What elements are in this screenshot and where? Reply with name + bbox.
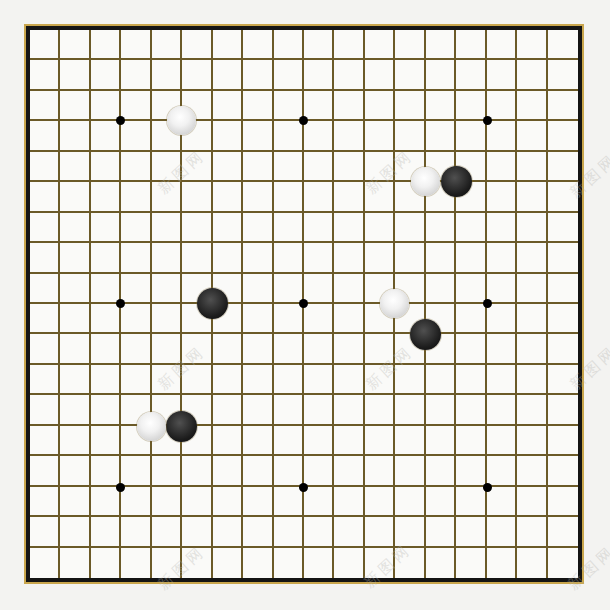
- board-square: [334, 182, 364, 212]
- board-square: [365, 274, 395, 304]
- board-square: [213, 487, 243, 517]
- board-square: [152, 395, 182, 425]
- board-square: [456, 395, 486, 425]
- board-square: [304, 121, 334, 151]
- board-square: [121, 91, 151, 121]
- board-square: [456, 426, 486, 456]
- board-square: [334, 548, 364, 578]
- board-square: [91, 426, 121, 456]
- board-square: [487, 121, 517, 151]
- board-square: [152, 121, 182, 151]
- board-square: [334, 152, 364, 182]
- board-square: [334, 487, 364, 517]
- board-square: [395, 487, 425, 517]
- board-square: [487, 456, 517, 486]
- board-square: [30, 243, 60, 273]
- board-square: [121, 426, 151, 456]
- board-square: [487, 182, 517, 212]
- board-square: [426, 213, 456, 243]
- board-square: [487, 304, 517, 334]
- board-square: [243, 182, 273, 212]
- board-square: [304, 152, 334, 182]
- board-square: [395, 60, 425, 90]
- board-square: [395, 426, 425, 456]
- board-square: [487, 517, 517, 547]
- board-square: [426, 182, 456, 212]
- board-square: [334, 334, 364, 364]
- board-square: [395, 365, 425, 395]
- board-square: [91, 60, 121, 90]
- board-square: [334, 365, 364, 395]
- board-square: [456, 152, 486, 182]
- board-square: [487, 152, 517, 182]
- board-square: [182, 213, 212, 243]
- board-square: [548, 456, 578, 486]
- board-square: [487, 213, 517, 243]
- board-square: [30, 274, 60, 304]
- board-square: [243, 243, 273, 273]
- board-square: [456, 517, 486, 547]
- board-square: [30, 456, 60, 486]
- board-square: [395, 182, 425, 212]
- board-square: [456, 274, 486, 304]
- board-square: [152, 365, 182, 395]
- board-square: [395, 121, 425, 151]
- board-square: [213, 365, 243, 395]
- board-square: [243, 60, 273, 90]
- board-square: [60, 91, 90, 121]
- board-square: [213, 91, 243, 121]
- board-square: [60, 213, 90, 243]
- board-square: [243, 426, 273, 456]
- board-square: [274, 274, 304, 304]
- board-square: [548, 30, 578, 60]
- board-square: [426, 121, 456, 151]
- board-square: [213, 304, 243, 334]
- board-square: [121, 213, 151, 243]
- board-square: [60, 517, 90, 547]
- go-board: [26, 26, 582, 582]
- board-square: [60, 274, 90, 304]
- board-square: [60, 395, 90, 425]
- board-square: [456, 182, 486, 212]
- board-square: [426, 426, 456, 456]
- board-square: [152, 334, 182, 364]
- board-square: [395, 274, 425, 304]
- board-square: [60, 243, 90, 273]
- board-square: [121, 121, 151, 151]
- board-square: [91, 152, 121, 182]
- board-square: [274, 365, 304, 395]
- board-square: [30, 152, 60, 182]
- board-square: [365, 304, 395, 334]
- board-square: [30, 395, 60, 425]
- board-square: [274, 517, 304, 547]
- board-square: [365, 426, 395, 456]
- board-square: [304, 30, 334, 60]
- board-square: [60, 456, 90, 486]
- board-square: [182, 152, 212, 182]
- board-square: [395, 243, 425, 273]
- board-square: [60, 365, 90, 395]
- board-square: [121, 152, 151, 182]
- board-square: [334, 395, 364, 425]
- board-square: [91, 517, 121, 547]
- board-square: [30, 365, 60, 395]
- board-square: [456, 30, 486, 60]
- board-square: [456, 91, 486, 121]
- board-square: [365, 395, 395, 425]
- board-square: [243, 91, 273, 121]
- board-square: [30, 213, 60, 243]
- board-square: [365, 152, 395, 182]
- board-square: [334, 304, 364, 334]
- board-square: [517, 182, 547, 212]
- board-square: [456, 304, 486, 334]
- board-square: [121, 365, 151, 395]
- board-square: [395, 213, 425, 243]
- board-square: [213, 395, 243, 425]
- board-square: [365, 334, 395, 364]
- board-square: [274, 91, 304, 121]
- board-square: [517, 487, 547, 517]
- board-square: [487, 548, 517, 578]
- board-square: [334, 213, 364, 243]
- board-square: [487, 243, 517, 273]
- board-square: [334, 274, 364, 304]
- board-square: [456, 334, 486, 364]
- board-square: [213, 213, 243, 243]
- board-square: [456, 548, 486, 578]
- board-square: [91, 182, 121, 212]
- board-square: [152, 487, 182, 517]
- board-square: [365, 60, 395, 90]
- board-square: [304, 426, 334, 456]
- board-square: [274, 334, 304, 364]
- board-square: [548, 182, 578, 212]
- board-square: [274, 395, 304, 425]
- board-square: [304, 365, 334, 395]
- board-square: [30, 334, 60, 364]
- board-square: [182, 395, 212, 425]
- board-square: [91, 487, 121, 517]
- board-square: [395, 152, 425, 182]
- board-square: [548, 304, 578, 334]
- board-square: [304, 456, 334, 486]
- board-square: [517, 456, 547, 486]
- board-square: [91, 304, 121, 334]
- board-square: [30, 517, 60, 547]
- board-square: [152, 213, 182, 243]
- board-square: [182, 304, 212, 334]
- board-square: [426, 30, 456, 60]
- board-square: [182, 274, 212, 304]
- board-square: [548, 487, 578, 517]
- board-square: [213, 334, 243, 364]
- board-square: [91, 243, 121, 273]
- board-square: [517, 121, 547, 151]
- board-square: [548, 365, 578, 395]
- board-square: [182, 121, 212, 151]
- board-square: [395, 30, 425, 60]
- board-square: [121, 395, 151, 425]
- board-square: [243, 274, 273, 304]
- board-square: [548, 121, 578, 151]
- board-square: [365, 182, 395, 212]
- board-square: [243, 456, 273, 486]
- board-square: [426, 304, 456, 334]
- board-square: [121, 60, 151, 90]
- board-square: [548, 152, 578, 182]
- board-square: [60, 30, 90, 60]
- board-square: [243, 395, 273, 425]
- board-square: [60, 548, 90, 578]
- board-square: [182, 243, 212, 273]
- board-square: [213, 517, 243, 547]
- board-square: [213, 152, 243, 182]
- board-square: [274, 487, 304, 517]
- board-square: [243, 487, 273, 517]
- board-square: [243, 334, 273, 364]
- board-square: [517, 334, 547, 364]
- board-square: [213, 121, 243, 151]
- board-square: [213, 60, 243, 90]
- board-square: [274, 30, 304, 60]
- board-square: [274, 121, 304, 151]
- page-background: 新图网新图网新图网新图网新图网新图网新图网新图网新图网: [0, 0, 610, 610]
- board-square: [456, 60, 486, 90]
- board-square: [517, 426, 547, 456]
- board-square: [456, 121, 486, 151]
- board-square: [121, 456, 151, 486]
- board-square: [213, 548, 243, 578]
- board-square: [365, 213, 395, 243]
- board-square: [152, 456, 182, 486]
- board-square: [517, 243, 547, 273]
- board-square: [30, 548, 60, 578]
- board-square: [548, 213, 578, 243]
- board-square: [213, 243, 243, 273]
- board-square: [426, 395, 456, 425]
- board-square: [152, 304, 182, 334]
- board-square: [517, 395, 547, 425]
- board-square: [30, 426, 60, 456]
- board-square: [152, 91, 182, 121]
- board-square: [304, 91, 334, 121]
- board-square: [152, 152, 182, 182]
- board-square: [548, 91, 578, 121]
- board-square: [182, 365, 212, 395]
- board-square: [304, 60, 334, 90]
- board-square: [243, 548, 273, 578]
- board-square: [517, 91, 547, 121]
- board-square: [426, 152, 456, 182]
- board-square: [365, 517, 395, 547]
- board-square: [121, 274, 151, 304]
- board-square: [426, 60, 456, 90]
- board-square: [426, 487, 456, 517]
- board-square: [395, 304, 425, 334]
- board-square: [395, 334, 425, 364]
- board-square: [548, 517, 578, 547]
- board-square: [304, 517, 334, 547]
- board-square: [274, 182, 304, 212]
- board-square: [304, 274, 334, 304]
- board-square: [121, 334, 151, 364]
- board-square: [182, 182, 212, 212]
- board-square: [487, 365, 517, 395]
- board-square: [334, 243, 364, 273]
- board-square: [152, 182, 182, 212]
- board-square: [60, 426, 90, 456]
- board-square: [30, 182, 60, 212]
- board-square: [274, 243, 304, 273]
- board-square: [152, 517, 182, 547]
- board-square: [274, 426, 304, 456]
- board-square: [91, 91, 121, 121]
- board-square: [121, 30, 151, 60]
- board-square: [30, 91, 60, 121]
- board-square: [487, 91, 517, 121]
- board-square: [152, 60, 182, 90]
- board-square: [517, 517, 547, 547]
- board-square: [456, 243, 486, 273]
- board-square: [517, 60, 547, 90]
- board-square: [365, 121, 395, 151]
- board-square: [395, 548, 425, 578]
- board-square: [152, 548, 182, 578]
- board-square: [517, 274, 547, 304]
- board-square: [182, 456, 212, 486]
- board-square: [121, 243, 151, 273]
- board-square: [121, 487, 151, 517]
- board-square: [365, 91, 395, 121]
- board-square: [152, 30, 182, 60]
- board-square: [304, 182, 334, 212]
- board-square: [304, 334, 334, 364]
- board-square: [517, 152, 547, 182]
- board-square: [152, 274, 182, 304]
- board-square: [548, 426, 578, 456]
- board-square: [487, 426, 517, 456]
- board-square: [426, 243, 456, 273]
- board-square: [365, 548, 395, 578]
- board-square: [304, 395, 334, 425]
- board-square: [60, 334, 90, 364]
- board-square: [548, 334, 578, 364]
- board-square: [182, 426, 212, 456]
- board-square: [334, 30, 364, 60]
- board-square: [213, 182, 243, 212]
- board-square: [121, 182, 151, 212]
- board-square: [152, 243, 182, 273]
- board-square: [274, 548, 304, 578]
- board-square: [91, 334, 121, 364]
- board-square: [182, 517, 212, 547]
- board-square: [182, 334, 212, 364]
- board-square: [426, 456, 456, 486]
- board-square: [365, 30, 395, 60]
- board-square: [60, 121, 90, 151]
- board-square: [91, 395, 121, 425]
- board-square: [487, 274, 517, 304]
- board-square: [365, 487, 395, 517]
- board-square: [213, 456, 243, 486]
- board-square: [182, 30, 212, 60]
- board-square: [182, 487, 212, 517]
- board-square: [426, 548, 456, 578]
- board-square: [426, 334, 456, 364]
- board-square: [395, 517, 425, 547]
- board-square: [487, 395, 517, 425]
- board-square: [334, 456, 364, 486]
- board-square: [60, 152, 90, 182]
- board-square: [456, 487, 486, 517]
- board-square: [91, 548, 121, 578]
- board-square: [91, 121, 121, 151]
- board-square: [60, 182, 90, 212]
- board-square: [487, 30, 517, 60]
- board-square: [426, 365, 456, 395]
- board-square: [274, 304, 304, 334]
- board-square: [334, 91, 364, 121]
- board-square: [365, 456, 395, 486]
- board-square: [548, 395, 578, 425]
- board-squares: [30, 30, 578, 578]
- board-square: [548, 548, 578, 578]
- board-square: [395, 395, 425, 425]
- board-square: [30, 487, 60, 517]
- board-square: [182, 548, 212, 578]
- board-square: [517, 365, 547, 395]
- board-square: [274, 456, 304, 486]
- board-square: [30, 30, 60, 60]
- board-square: [243, 152, 273, 182]
- board-square: [60, 304, 90, 334]
- board-square: [426, 274, 456, 304]
- board-square: [91, 456, 121, 486]
- board-square: [487, 334, 517, 364]
- board-square: [517, 213, 547, 243]
- board-square: [517, 30, 547, 60]
- board-square: [121, 548, 151, 578]
- board-square: [426, 517, 456, 547]
- board-square: [213, 30, 243, 60]
- board-square: [152, 426, 182, 456]
- board-square: [213, 426, 243, 456]
- board-square: [365, 243, 395, 273]
- board-square: [304, 213, 334, 243]
- board-square: [243, 121, 273, 151]
- board-square: [91, 213, 121, 243]
- board-square: [91, 30, 121, 60]
- board-square: [121, 304, 151, 334]
- board-square: [304, 304, 334, 334]
- board-square: [487, 60, 517, 90]
- board-square: [243, 304, 273, 334]
- board-square: [456, 213, 486, 243]
- board-square: [548, 243, 578, 273]
- board-square: [334, 60, 364, 90]
- board-square: [456, 456, 486, 486]
- board-square: [243, 365, 273, 395]
- board-square: [517, 548, 547, 578]
- board-square: [30, 304, 60, 334]
- board-square: [182, 91, 212, 121]
- board-square: [426, 91, 456, 121]
- board-square: [334, 121, 364, 151]
- board-square: [30, 60, 60, 90]
